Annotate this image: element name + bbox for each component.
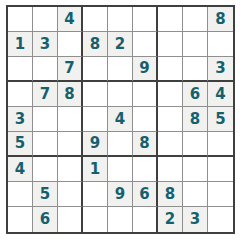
cell-r3c9[interactable]: 3 bbox=[208, 57, 233, 82]
cell-r2c7[interactable] bbox=[158, 32, 183, 57]
cell-r5c3[interactable] bbox=[58, 107, 83, 132]
cell-r8c3[interactable] bbox=[58, 182, 83, 207]
cell-r4c2[interactable]: 7 bbox=[33, 82, 58, 107]
cell-r5c8[interactable]: 8 bbox=[183, 107, 208, 132]
cell-r4c4[interactable] bbox=[83, 82, 108, 107]
cell-r2c6[interactable] bbox=[133, 32, 158, 57]
sudoku-board: 48138279378643485598415968623 bbox=[6, 5, 235, 234]
cell-r1c2[interactable] bbox=[33, 7, 58, 32]
cell-r6c6[interactable]: 8 bbox=[133, 132, 158, 157]
cell-r5c6[interactable] bbox=[133, 107, 158, 132]
cell-r9c2[interactable]: 6 bbox=[33, 207, 58, 232]
cell-r6c7[interactable] bbox=[158, 132, 183, 157]
cell-r4c9[interactable]: 4 bbox=[208, 82, 233, 107]
cell-r3c3[interactable]: 7 bbox=[58, 57, 83, 82]
cell-r7c3[interactable] bbox=[58, 157, 83, 182]
cell-r2c8[interactable] bbox=[183, 32, 208, 57]
cell-r3c6[interactable]: 9 bbox=[133, 57, 158, 82]
cell-r3c8[interactable] bbox=[183, 57, 208, 82]
cell-r2c1[interactable]: 1 bbox=[8, 32, 33, 57]
cell-r7c9[interactable] bbox=[208, 157, 233, 182]
cell-r9c5[interactable] bbox=[108, 207, 133, 232]
cell-r7c4[interactable]: 1 bbox=[83, 157, 108, 182]
cell-r1c7[interactable] bbox=[158, 7, 183, 32]
cell-r8c2[interactable]: 5 bbox=[33, 182, 58, 207]
cell-r9c7[interactable]: 2 bbox=[158, 207, 183, 232]
cell-r8c1[interactable] bbox=[8, 182, 33, 207]
cell-r8c5[interactable]: 9 bbox=[108, 182, 133, 207]
cell-r6c8[interactable] bbox=[183, 132, 208, 157]
cell-r7c6[interactable] bbox=[133, 157, 158, 182]
cell-r2c9[interactable] bbox=[208, 32, 233, 57]
cell-r1c6[interactable] bbox=[133, 7, 158, 32]
cell-r9c1[interactable] bbox=[8, 207, 33, 232]
cell-r3c2[interactable] bbox=[33, 57, 58, 82]
cell-r1c9[interactable]: 8 bbox=[208, 7, 233, 32]
cell-r7c2[interactable] bbox=[33, 157, 58, 182]
cell-r9c3[interactable] bbox=[58, 207, 83, 232]
cell-r1c5[interactable] bbox=[108, 7, 133, 32]
cell-r5c4[interactable] bbox=[83, 107, 108, 132]
cell-r1c8[interactable] bbox=[183, 7, 208, 32]
cell-r6c1[interactable]: 5 bbox=[8, 132, 33, 157]
cell-r1c3[interactable]: 4 bbox=[58, 7, 83, 32]
cell-r3c1[interactable] bbox=[8, 57, 33, 82]
cell-r7c5[interactable] bbox=[108, 157, 133, 182]
cell-r5c7[interactable] bbox=[158, 107, 183, 132]
cell-r9c6[interactable] bbox=[133, 207, 158, 232]
cell-r1c1[interactable] bbox=[8, 7, 33, 32]
cell-r2c4[interactable]: 8 bbox=[83, 32, 108, 57]
cell-r2c2[interactable]: 3 bbox=[33, 32, 58, 57]
cell-r4c6[interactable] bbox=[133, 82, 158, 107]
cell-r6c3[interactable] bbox=[58, 132, 83, 157]
cell-r3c4[interactable] bbox=[83, 57, 108, 82]
cell-r6c5[interactable] bbox=[108, 132, 133, 157]
cell-r4c5[interactable] bbox=[108, 82, 133, 107]
cell-r4c7[interactable] bbox=[158, 82, 183, 107]
cell-r5c1[interactable]: 3 bbox=[8, 107, 33, 132]
cell-r7c7[interactable] bbox=[158, 157, 183, 182]
cell-r3c7[interactable] bbox=[158, 57, 183, 82]
cell-r8c7[interactable]: 8 bbox=[158, 182, 183, 207]
cell-r8c6[interactable]: 6 bbox=[133, 182, 158, 207]
cell-r4c3[interactable]: 8 bbox=[58, 82, 83, 107]
cell-r9c4[interactable] bbox=[83, 207, 108, 232]
cell-r6c9[interactable] bbox=[208, 132, 233, 157]
cell-r6c2[interactable] bbox=[33, 132, 58, 157]
cell-r1c4[interactable] bbox=[83, 7, 108, 32]
cell-r8c8[interactable] bbox=[183, 182, 208, 207]
cell-r7c8[interactable] bbox=[183, 157, 208, 182]
cell-r6c4[interactable]: 9 bbox=[83, 132, 108, 157]
cell-r9c9[interactable] bbox=[208, 207, 233, 232]
cell-r5c5[interactable]: 4 bbox=[108, 107, 133, 132]
cell-r8c9[interactable] bbox=[208, 182, 233, 207]
cell-r9c8[interactable]: 3 bbox=[183, 207, 208, 232]
cell-r2c5[interactable]: 2 bbox=[108, 32, 133, 57]
cell-r4c8[interactable]: 6 bbox=[183, 82, 208, 107]
cell-r8c4[interactable] bbox=[83, 182, 108, 207]
cell-r4c1[interactable] bbox=[8, 82, 33, 107]
cell-r5c9[interactable]: 5 bbox=[208, 107, 233, 132]
cell-r5c2[interactable] bbox=[33, 107, 58, 132]
cell-r3c5[interactable] bbox=[108, 57, 133, 82]
cell-r7c1[interactable]: 4 bbox=[8, 157, 33, 182]
cell-r2c3[interactable] bbox=[58, 32, 83, 57]
